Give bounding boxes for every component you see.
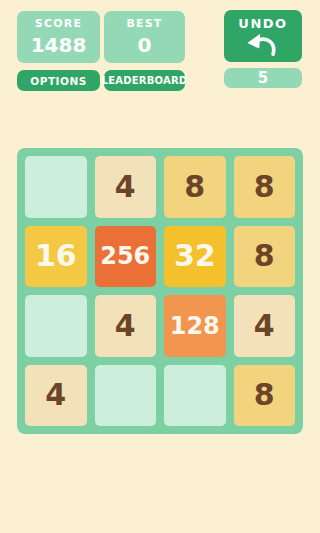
tile-128: 128 <box>164 295 226 357</box>
leaderboard-button[interactable]: LEADERBOARD <box>104 70 185 91</box>
options-button[interactable]: OPTIONS <box>17 70 100 91</box>
tile-8: 8 <box>234 365 296 427</box>
empty-cell <box>164 365 226 427</box>
score-value: 1488 <box>31 34 87 56</box>
tile-16: 16 <box>25 226 87 288</box>
tile-4: 4 <box>234 295 296 357</box>
empty-cell <box>95 365 157 427</box>
best-score-display: BEST 0 <box>104 11 185 63</box>
undo-button-label: UNDO <box>238 17 287 30</box>
undo-arrow-icon <box>244 32 282 56</box>
tile-4: 4 <box>25 365 87 427</box>
score-display: SCORE 1488 <box>17 11 100 63</box>
options-button-label: OPTIONS <box>30 75 86 87</box>
tile-8: 8 <box>234 226 296 288</box>
undo-button[interactable]: UNDO <box>224 10 302 62</box>
tile-8: 8 <box>164 156 226 218</box>
empty-cell <box>25 295 87 357</box>
leaderboard-button-label: LEADERBOARD <box>102 75 188 86</box>
empty-cell <box>25 156 87 218</box>
best-label: BEST <box>126 18 162 30</box>
best-value: 0 <box>138 34 152 56</box>
tile-32: 32 <box>164 226 226 288</box>
tile-8: 8 <box>234 156 296 218</box>
undo-count-value: 5 <box>258 69 268 87</box>
tile-4: 4 <box>95 295 157 357</box>
score-label: SCORE <box>35 18 82 30</box>
tile-4: 4 <box>95 156 157 218</box>
undo-count-display: 5 <box>224 68 302 88</box>
game-board[interactable]: 488162563284128448 <box>17 148 303 434</box>
tile-256: 256 <box>95 226 157 288</box>
